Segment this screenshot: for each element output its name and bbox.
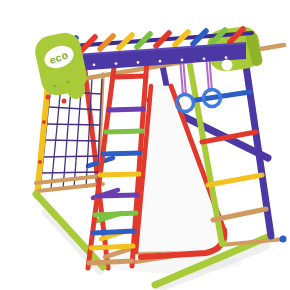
beam-end-cap bbox=[280, 236, 287, 243]
front-ladder-rung bbox=[100, 174, 139, 175]
front-ladder-rung bbox=[93, 231, 134, 233]
badge-red-clip bbox=[46, 95, 51, 100]
net-bottom-bar bbox=[36, 176, 101, 183]
front-ladder-rung bbox=[91, 246, 133, 248]
badge-red-clip bbox=[62, 99, 67, 104]
right-ladder-rung bbox=[208, 175, 262, 185]
eco-badge-panel-bump bbox=[67, 81, 85, 99]
front-ladder-rung bbox=[89, 261, 132, 263]
product-photo: eco bbox=[0, 0, 290, 290]
eco-badge: eco bbox=[32, 30, 89, 104]
front-ladder-rung bbox=[113, 76, 146, 77]
right-end-cap-hole bbox=[222, 60, 233, 71]
eco-badge-hole bbox=[53, 84, 56, 87]
front-ladder-rung bbox=[97, 195, 137, 196]
front-ladder-rung bbox=[106, 131, 142, 132]
eco-badge-hole bbox=[66, 80, 69, 83]
play-gym-illustration: eco bbox=[0, 0, 290, 290]
front-ladder-rung bbox=[95, 213, 136, 215]
front-ladder-rung bbox=[109, 109, 143, 110]
front-ladder-rung bbox=[103, 153, 140, 154]
net-bottom-bar bbox=[38, 184, 103, 191]
